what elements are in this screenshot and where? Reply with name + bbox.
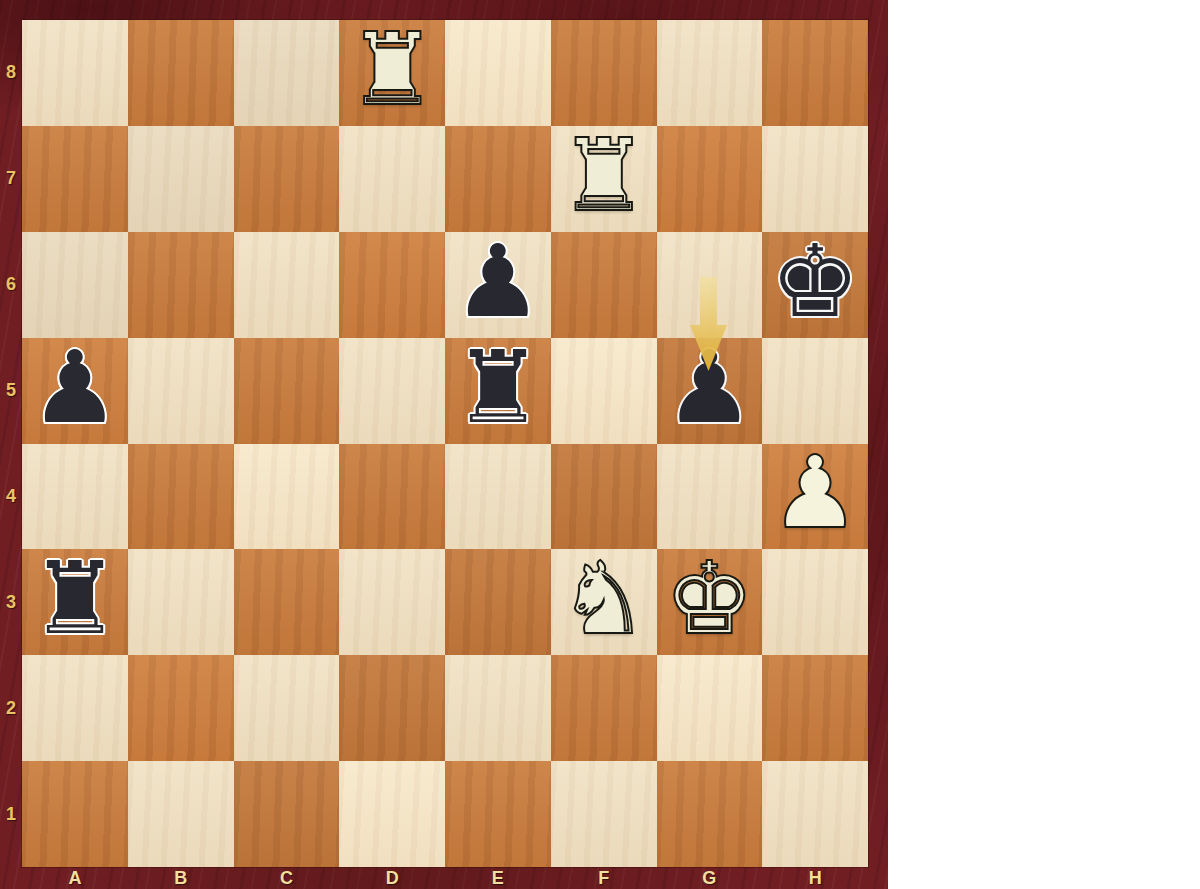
square-f6[interactable] [551, 232, 657, 338]
square-a3[interactable]: ♜ [22, 549, 128, 655]
rank-label-1: 1 [0, 761, 22, 867]
square-h6[interactable]: ♚ [762, 232, 868, 338]
piece-black-rook-a3[interactable]: ♜ [30, 549, 120, 649]
square-f8[interactable] [551, 20, 657, 126]
square-h3[interactable] [762, 549, 868, 655]
square-b4[interactable] [128, 444, 234, 550]
square-e7[interactable] [445, 126, 551, 232]
square-b8[interactable] [128, 20, 234, 126]
right-whitespace [888, 0, 1200, 889]
square-e5[interactable]: ♜ [445, 338, 551, 444]
rank-coordinates: 87654321 [0, 20, 22, 867]
square-d3[interactable] [339, 549, 445, 655]
file-label-b: B [128, 867, 234, 889]
square-g7[interactable] [657, 126, 763, 232]
square-b7[interactable] [128, 126, 234, 232]
chess-board: ♜♜♟♚♟♜♟♟♜♞♚ [22, 20, 868, 867]
file-coordinates: ABCDEFGH [22, 867, 868, 889]
square-f3[interactable]: ♞ [551, 549, 657, 655]
piece-black-pawn-g5[interactable]: ♟ [665, 338, 755, 438]
square-g4[interactable] [657, 444, 763, 550]
piece-white-knight-f3[interactable]: ♞ [559, 549, 649, 649]
square-h4[interactable]: ♟ [762, 444, 868, 550]
square-f5[interactable] [551, 338, 657, 444]
square-f7[interactable]: ♜ [551, 126, 657, 232]
rank-label-2: 2 [0, 655, 22, 761]
file-label-d: D [339, 867, 445, 889]
square-c1[interactable] [234, 761, 340, 867]
square-d5[interactable] [339, 338, 445, 444]
square-e1[interactable] [445, 761, 551, 867]
screenshot: ♜♜♟♚♟♜♟♟♜♞♚ 87654321 ABCDEFGH [0, 0, 1200, 889]
piece-black-pawn-a5[interactable]: ♟ [30, 338, 120, 438]
square-c2[interactable] [234, 655, 340, 761]
file-label-f: F [551, 867, 657, 889]
square-e3[interactable] [445, 549, 551, 655]
square-d2[interactable] [339, 655, 445, 761]
rank-label-4: 4 [0, 444, 22, 550]
piece-white-pawn-h4[interactable]: ♟ [770, 443, 860, 543]
rank-label-5: 5 [0, 338, 22, 444]
square-d1[interactable] [339, 761, 445, 867]
file-label-g: G [657, 867, 763, 889]
square-e6[interactable]: ♟ [445, 232, 551, 338]
square-a1[interactable] [22, 761, 128, 867]
square-b2[interactable] [128, 655, 234, 761]
rank-label-8: 8 [0, 20, 22, 126]
rank-label-7: 7 [0, 126, 22, 232]
square-c4[interactable] [234, 444, 340, 550]
square-d8[interactable]: ♜ [339, 20, 445, 126]
square-e8[interactable] [445, 20, 551, 126]
square-g1[interactable] [657, 761, 763, 867]
square-b3[interactable] [128, 549, 234, 655]
square-g3[interactable]: ♚ [657, 549, 763, 655]
square-f2[interactable] [551, 655, 657, 761]
board-frame: ♜♜♟♚♟♜♟♟♜♞♚ 87654321 ABCDEFGH [0, 0, 888, 889]
square-f1[interactable] [551, 761, 657, 867]
square-d7[interactable] [339, 126, 445, 232]
square-a8[interactable] [22, 20, 128, 126]
square-h8[interactable] [762, 20, 868, 126]
piece-white-king-g3[interactable]: ♚ [665, 549, 755, 649]
piece-black-king-h6[interactable]: ♚ [770, 232, 860, 332]
square-a2[interactable] [22, 655, 128, 761]
square-g2[interactable] [657, 655, 763, 761]
square-a7[interactable] [22, 126, 128, 232]
square-h1[interactable] [762, 761, 868, 867]
file-label-a: A [22, 867, 128, 889]
square-g8[interactable] [657, 20, 763, 126]
square-b5[interactable] [128, 338, 234, 444]
square-c5[interactable] [234, 338, 340, 444]
square-g5[interactable]: ♟ [657, 338, 763, 444]
square-c3[interactable] [234, 549, 340, 655]
square-a4[interactable] [22, 444, 128, 550]
file-label-e: E [445, 867, 551, 889]
file-label-c: C [234, 867, 340, 889]
rank-label-6: 6 [0, 232, 22, 338]
square-h5[interactable] [762, 338, 868, 444]
rank-label-3: 3 [0, 549, 22, 655]
square-e4[interactable] [445, 444, 551, 550]
square-d6[interactable] [339, 232, 445, 338]
square-d4[interactable] [339, 444, 445, 550]
square-c7[interactable] [234, 126, 340, 232]
piece-white-rook-d8[interactable]: ♜ [347, 20, 437, 120]
square-c6[interactable] [234, 232, 340, 338]
square-a6[interactable] [22, 232, 128, 338]
square-h2[interactable] [762, 655, 868, 761]
piece-white-rook-f7[interactable]: ♜ [559, 126, 649, 226]
square-b6[interactable] [128, 232, 234, 338]
square-b1[interactable] [128, 761, 234, 867]
square-c8[interactable] [234, 20, 340, 126]
square-e2[interactable] [445, 655, 551, 761]
square-f4[interactable] [551, 444, 657, 550]
piece-black-pawn-e6[interactable]: ♟ [453, 232, 543, 332]
file-label-h: H [762, 867, 868, 889]
square-g6[interactable] [657, 232, 763, 338]
square-a5[interactable]: ♟ [22, 338, 128, 444]
piece-black-rook-e5[interactable]: ♜ [453, 338, 543, 438]
square-h7[interactable] [762, 126, 868, 232]
